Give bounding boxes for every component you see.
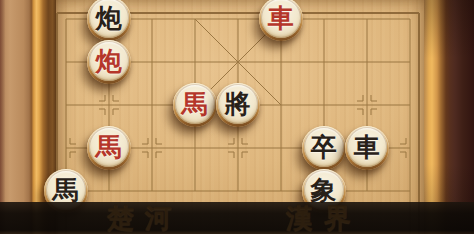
piece-red-cannon[interactable]: 炮: [87, 40, 131, 84]
piece-glyph: 馬: [53, 177, 79, 203]
river-label-chu-he: 楚河: [107, 201, 183, 233]
piece-red-horse-b[interactable]: 馬: [87, 126, 131, 170]
xiangqi-game-screen: 炮車炮馬將馬卒車馬象 楚河 漢界: [0, 0, 474, 234]
piece-black-soldier[interactable]: 卒: [302, 126, 346, 170]
piece-red-horse-a[interactable]: 馬: [173, 83, 217, 127]
piece-glyph: 象: [311, 177, 337, 203]
piece-face: 車: [347, 127, 387, 167]
piece-glyph: 卒: [311, 134, 337, 160]
piece-glyph: 車: [354, 134, 380, 160]
piece-face: 馬: [89, 127, 129, 167]
piece-glyph: 將: [225, 91, 251, 117]
piece-glyph: 炮: [96, 5, 122, 31]
piece-face: 馬: [175, 84, 215, 124]
pieces-grid: 炮車炮馬將馬卒車馬象: [44, 0, 431, 212]
piece-face: 將: [218, 84, 258, 124]
piece-face: 車: [261, 0, 301, 38]
board-frame-right: [424, 0, 474, 234]
piece-face: 炮: [89, 0, 129, 38]
piece-face: 卒: [304, 127, 344, 167]
piece-glyph: 馬: [182, 91, 208, 117]
piece-black-chariot[interactable]: 車: [345, 126, 389, 170]
piece-black-cannon[interactable]: 炮: [87, 0, 131, 41]
bottom-overlay-bar: [0, 202, 474, 234]
piece-glyph: 炮: [96, 48, 122, 74]
piece-glyph: 車: [268, 5, 294, 31]
piece-black-general[interactable]: 將: [216, 83, 260, 127]
piece-face: 炮: [89, 41, 129, 81]
piece-red-chariot[interactable]: 車: [259, 0, 303, 41]
river-label-han-jie: 漢界: [286, 201, 362, 233]
piece-glyph: 馬: [96, 134, 122, 160]
